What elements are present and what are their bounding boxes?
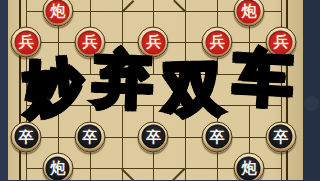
piece-red-cannon[interactable]: 炮 xyxy=(233,0,264,27)
red-piece-face: 兵 xyxy=(14,30,38,54)
black-piece-face: 卒 xyxy=(269,125,293,149)
piece-character: 卒 xyxy=(273,129,288,144)
red-piece-face: 兵 xyxy=(78,30,102,54)
piece-character: 兵 xyxy=(19,35,34,50)
red-piece-face: 兵 xyxy=(205,30,229,54)
piece-character: 卒 xyxy=(19,129,34,144)
palace-diagonal xyxy=(121,168,155,180)
piece-red-soldier[interactable]: 兵 xyxy=(265,27,296,58)
red-piece-face: 炮 xyxy=(46,0,70,23)
piece-character: 兵 xyxy=(273,35,288,50)
piece-black-soldier[interactable]: 卒 xyxy=(138,121,169,152)
piece-character: 炮 xyxy=(50,4,65,19)
piece-red-soldier[interactable]: 兵 xyxy=(202,27,233,58)
black-piece-face: 卒 xyxy=(14,125,38,149)
xiangqi-board: 炮炮兵兵兵兵兵卒卒卒卒卒炮炮 xyxy=(8,0,303,180)
piece-character: 兵 xyxy=(82,35,97,50)
black-piece-face: 炮 xyxy=(237,156,261,180)
red-piece-face: 炮 xyxy=(237,0,261,23)
piece-character: 炮 xyxy=(241,4,256,19)
black-piece-face: 卒 xyxy=(78,125,102,149)
piece-black-cannon[interactable]: 炮 xyxy=(233,153,264,181)
piece-black-soldier[interactable]: 卒 xyxy=(74,121,105,152)
piece-red-soldier[interactable]: 兵 xyxy=(138,27,169,58)
letterbox-right xyxy=(303,0,320,180)
piece-character: 卒 xyxy=(210,129,225,144)
piece-black-soldier[interactable]: 卒 xyxy=(202,121,233,152)
black-piece-face: 卒 xyxy=(205,125,229,149)
piece-red-soldier[interactable]: 兵 xyxy=(74,27,105,58)
palace-diagonal xyxy=(152,168,186,180)
piece-character: 炮 xyxy=(50,161,65,176)
piece-black-soldier[interactable]: 卒 xyxy=(11,121,42,152)
piece-character: 卒 xyxy=(146,129,161,144)
piece-character: 兵 xyxy=(146,35,161,50)
piece-black-soldier[interactable]: 卒 xyxy=(265,121,296,152)
video-frame: 炮炮兵兵兵兵兵卒卒卒卒卒炮炮 妙弃双车 xyxy=(0,0,320,180)
piece-red-soldier[interactable]: 兵 xyxy=(11,27,42,58)
piece-red-cannon[interactable]: 炮 xyxy=(42,0,73,27)
watermark-circle xyxy=(304,96,319,111)
piece-character: 兵 xyxy=(210,35,225,50)
red-piece-face: 兵 xyxy=(141,30,165,54)
grid-line-rank xyxy=(26,74,281,75)
piece-black-cannon[interactable]: 炮 xyxy=(42,153,73,181)
black-piece-face: 卒 xyxy=(141,125,165,149)
letterbox-left xyxy=(0,0,8,180)
red-piece-face: 兵 xyxy=(269,30,293,54)
piece-character: 卒 xyxy=(82,129,97,144)
black-piece-face: 炮 xyxy=(46,156,70,180)
piece-character: 炮 xyxy=(241,161,256,176)
